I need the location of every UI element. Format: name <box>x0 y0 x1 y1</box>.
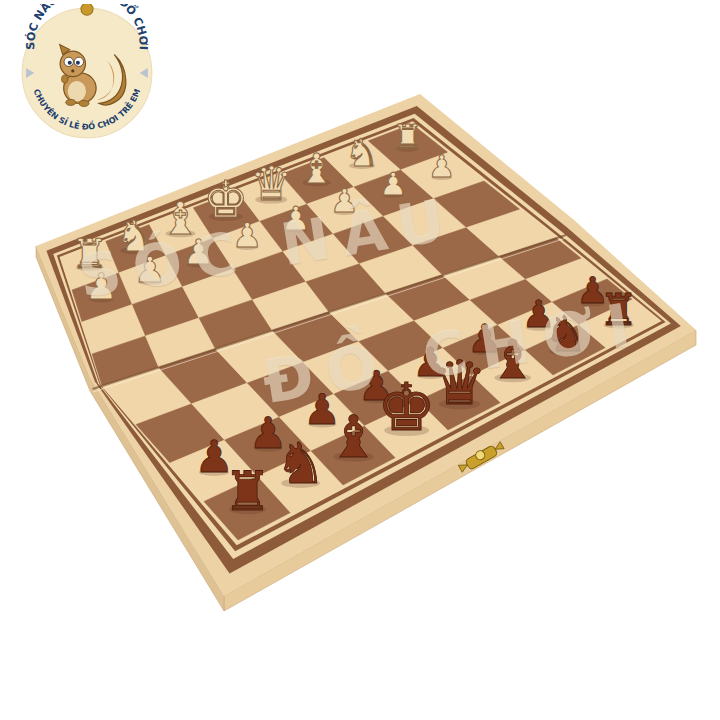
logo-charm <box>81 4 93 15</box>
piece-brown-knight-b8: ♞ <box>544 305 588 363</box>
svg-text:♟: ♟ <box>134 249 166 290</box>
svg-text:♟: ♟ <box>379 166 407 202</box>
svg-text:♜: ♜ <box>599 284 639 335</box>
piece-white-pawn-d2: ♟ <box>281 199 311 238</box>
svg-text:♟: ♟ <box>183 232 214 272</box>
svg-text:♟: ♟ <box>85 265 118 308</box>
svg-text:♛: ♛ <box>432 347 487 418</box>
svg-text:♝: ♝ <box>327 403 379 471</box>
svg-text:♟: ♟ <box>232 216 262 255</box>
logo-circle <box>22 8 152 138</box>
piece-brown-king-e8: ♚ <box>377 369 436 446</box>
piece-white-knight-b1: ♞ <box>345 131 379 175</box>
svg-text:♟: ♟ <box>428 149 455 184</box>
svg-text:♜: ♜ <box>223 460 272 523</box>
piece-white-pawn-g2: ♟ <box>134 249 166 290</box>
piece-brown-bishop-c8: ♝ <box>489 328 537 391</box>
svg-text:♜: ♜ <box>392 117 423 157</box>
piece-brown-bishop-f8: ♝ <box>327 403 379 471</box>
piece-brown-rook-h8: ♜ <box>223 460 272 523</box>
svg-text:♞: ♞ <box>275 430 326 496</box>
piece-brown-rook-a8: ♜ <box>599 284 639 335</box>
piece-white-pawn-e2: ♟ <box>232 216 262 255</box>
product-photo-scene: ♜♞♟♝♟♛♟♚♟♝♟♞♟♜♟♟♟♜♟♞♟♟♝♟♛♟♚♟♝♟♞♜ SÓC NÂU… <box>0 0 720 720</box>
piece-white-pawn-a2: ♟ <box>428 149 455 184</box>
svg-text:♞: ♞ <box>544 305 588 363</box>
piece-brown-knight-g8: ♞ <box>275 430 326 496</box>
svg-text:♞: ♞ <box>345 131 379 175</box>
svg-text:♟: ♟ <box>330 182 359 220</box>
brand-logo-badge: SÓC NÂU THẾ GIỚI ĐỒ CHƠI CHUYÊN SỈ LẺ ĐỒ… <box>16 4 158 146</box>
piece-white-rook-a1: ♜ <box>392 117 423 157</box>
svg-text:♟: ♟ <box>281 199 311 238</box>
piece-white-pawn-c2: ♟ <box>330 182 359 220</box>
svg-text:♚: ♚ <box>377 369 436 446</box>
svg-text:♝: ♝ <box>489 328 537 391</box>
piece-brown-queen-d8: ♛ <box>432 347 487 418</box>
piece-white-pawn-f2: ♟ <box>183 232 214 272</box>
piece-white-pawn-h2: ♟ <box>85 265 118 308</box>
piece-white-pawn-b2: ♟ <box>379 166 407 202</box>
